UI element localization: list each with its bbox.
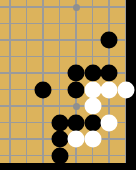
board-grid: [2, 0, 134, 164]
intersection-N8[interactable]: [18, 32, 35, 49]
intersection-T4[interactable]: [117, 98, 134, 115]
intersection-P8[interactable]: [51, 32, 68, 49]
intersection-R2[interactable]: [84, 131, 101, 148]
intersection-M3[interactable]: [2, 114, 19, 131]
intersection-P4[interactable]: [51, 98, 68, 115]
intersection-T10[interactable]: [117, 0, 134, 15]
intersection-O5[interactable]: [35, 81, 52, 98]
black-stone: [68, 65, 85, 82]
intersection-N9[interactable]: [18, 15, 35, 32]
intersection-O4[interactable]: [35, 98, 52, 115]
intersection-R3[interactable]: [84, 114, 101, 131]
intersection-Q6[interactable]: [68, 65, 85, 82]
intersection-N4[interactable]: [18, 98, 35, 115]
intersection-R6[interactable]: [84, 65, 101, 82]
intersection-O7[interactable]: [35, 48, 52, 65]
intersection-O10[interactable]: [35, 0, 52, 15]
black-stone: [68, 114, 85, 131]
intersection-Q1[interactable]: [68, 147, 85, 164]
intersection-M7[interactable]: [2, 48, 19, 65]
intersection-N7[interactable]: [18, 48, 35, 65]
intersection-S7[interactable]: [101, 48, 118, 65]
intersection-S10[interactable]: [101, 0, 118, 15]
intersection-P6[interactable]: [51, 65, 68, 82]
intersection-M2[interactable]: [2, 131, 19, 148]
intersection-N1[interactable]: [18, 147, 35, 164]
intersection-M10[interactable]: [2, 0, 19, 15]
intersection-Q9[interactable]: [68, 15, 85, 32]
intersection-S2[interactable]: [101, 131, 118, 148]
go-board: [0, 0, 125, 163]
intersection-S4[interactable]: [101, 98, 118, 115]
intersection-R5[interactable]: [84, 81, 101, 98]
intersection-T9[interactable]: [117, 15, 134, 32]
intersection-R1[interactable]: [84, 147, 101, 164]
intersection-S5[interactable]: [101, 81, 118, 98]
intersection-O9[interactable]: [35, 15, 52, 32]
intersection-P5[interactable]: [51, 81, 68, 98]
intersection-Q2[interactable]: [68, 131, 85, 148]
white-stone: [84, 131, 101, 148]
intersection-P9[interactable]: [51, 15, 68, 32]
intersection-M5[interactable]: [2, 81, 19, 98]
intersection-Q4[interactable]: [68, 98, 85, 115]
intersection-R8[interactable]: [84, 32, 101, 49]
intersection-O6[interactable]: [35, 65, 52, 82]
white-stone: [117, 81, 134, 98]
black-stone: [84, 114, 101, 131]
intersection-P10[interactable]: [51, 0, 68, 15]
intersection-T5[interactable]: [117, 81, 134, 98]
intersection-S3[interactable]: [101, 114, 118, 131]
intersection-R4[interactable]: [84, 98, 101, 115]
black-stone: [35, 81, 52, 98]
intersection-S8[interactable]: [101, 32, 118, 49]
intersection-N3[interactable]: [18, 114, 35, 131]
intersection-M6[interactable]: [2, 65, 19, 82]
intersection-T3[interactable]: [117, 114, 134, 131]
intersection-S6[interactable]: [101, 65, 118, 82]
intersection-M8[interactable]: [2, 32, 19, 49]
intersection-N2[interactable]: [18, 131, 35, 148]
intersection-T8[interactable]: [117, 32, 134, 49]
intersection-Q10[interactable]: [68, 0, 85, 15]
intersection-Q5[interactable]: [68, 81, 85, 98]
intersection-O8[interactable]: [35, 32, 52, 49]
white-stone: [84, 81, 101, 98]
black-stone: [101, 65, 118, 82]
white-stone: [84, 98, 101, 115]
intersection-P2[interactable]: [51, 131, 68, 148]
intersection-T7[interactable]: [117, 48, 134, 65]
intersection-O3[interactable]: [35, 114, 52, 131]
intersection-Q7[interactable]: [68, 48, 85, 65]
intersection-Q3[interactable]: [68, 114, 85, 131]
intersection-O2[interactable]: [35, 131, 52, 148]
black-stone: [51, 147, 68, 164]
intersection-O1[interactable]: [35, 147, 52, 164]
intersection-Q8[interactable]: [68, 32, 85, 49]
intersection-R7[interactable]: [84, 48, 101, 65]
white-stone: [101, 81, 118, 98]
black-stone: [51, 114, 68, 131]
intersection-M4[interactable]: [2, 98, 19, 115]
intersection-R10[interactable]: [84, 0, 101, 15]
intersection-P7[interactable]: [51, 48, 68, 65]
intersection-M9[interactable]: [2, 15, 19, 32]
go-board-screenshot: [0, 0, 136, 170]
black-stone: [84, 65, 101, 82]
white-stone: [101, 114, 118, 131]
intersection-N6[interactable]: [18, 65, 35, 82]
black-stone: [68, 81, 85, 98]
white-stone: [68, 131, 85, 148]
intersection-P1[interactable]: [51, 147, 68, 164]
intersection-P3[interactable]: [51, 114, 68, 131]
intersection-N10[interactable]: [18, 0, 35, 15]
intersection-T2[interactable]: [117, 131, 134, 148]
intersection-N5[interactable]: [18, 81, 35, 98]
intersection-S1[interactable]: [101, 147, 118, 164]
black-stone: [51, 131, 68, 148]
intersection-T6[interactable]: [117, 65, 134, 82]
intersection-R9[interactable]: [84, 15, 101, 32]
black-stone: [101, 32, 118, 49]
intersection-M1[interactable]: [2, 147, 19, 164]
intersection-S9[interactable]: [101, 15, 118, 32]
intersection-T1[interactable]: [117, 147, 134, 164]
